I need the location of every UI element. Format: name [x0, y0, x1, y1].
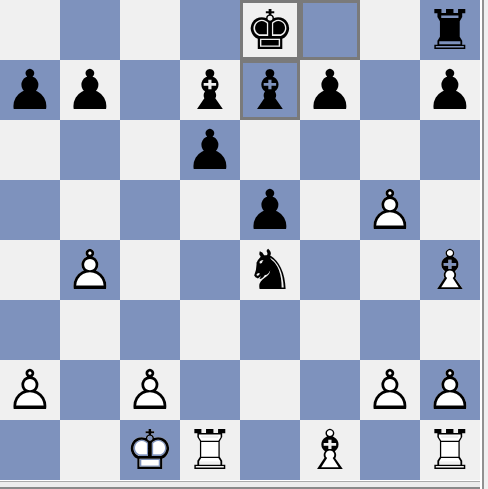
- square-a4[interactable]: [0, 240, 60, 300]
- square-f8[interactable]: [300, 0, 360, 60]
- piece-black-bishop[interactable]: ♝: [240, 60, 300, 120]
- piece-white-king[interactable]: ♚♔: [120, 420, 180, 480]
- piece-white-pawn[interactable]: ♟♙: [60, 240, 120, 300]
- piece-black-pawn[interactable]: ♟: [420, 60, 480, 120]
- square-a3[interactable]: [0, 300, 60, 360]
- square-c7[interactable]: [120, 60, 180, 120]
- square-f5[interactable]: [300, 180, 360, 240]
- piece-black-bishop[interactable]: ♝: [180, 60, 240, 120]
- piece-outline: ♗: [420, 240, 480, 300]
- piece-white-pawn[interactable]: ♟♙: [360, 180, 420, 240]
- page: { "game": "chess", "position": { "fen": …: [0, 0, 488, 489]
- piece-outline: ♗: [300, 420, 360, 480]
- square-f1[interactable]: ♝♗: [300, 420, 360, 480]
- square-e6[interactable]: [240, 120, 300, 180]
- square-b7[interactable]: ♟: [60, 60, 120, 120]
- square-e3[interactable]: [240, 300, 300, 360]
- square-d8[interactable]: [180, 0, 240, 60]
- piece-white-pawn[interactable]: ♟♙: [0, 360, 60, 420]
- square-c1[interactable]: ♚♔: [120, 420, 180, 480]
- square-f2[interactable]: [300, 360, 360, 420]
- square-h3[interactable]: [420, 300, 480, 360]
- piece-outline: ♙: [420, 360, 480, 420]
- square-d6[interactable]: ♟: [180, 120, 240, 180]
- square-b6[interactable]: [60, 120, 120, 180]
- square-e5[interactable]: ♟: [240, 180, 300, 240]
- square-g4[interactable]: [360, 240, 420, 300]
- square-a5[interactable]: [0, 180, 60, 240]
- piece-black-pawn[interactable]: ♟: [180, 120, 240, 180]
- square-b8[interactable]: [60, 0, 120, 60]
- window-edge-bottom: [0, 480, 480, 489]
- square-d1[interactable]: ♜♖: [180, 420, 240, 480]
- square-c5[interactable]: [120, 180, 180, 240]
- piece-outline: ♖: [180, 420, 240, 480]
- square-h7[interactable]: ♟: [420, 60, 480, 120]
- piece-white-pawn[interactable]: ♟♙: [420, 360, 480, 420]
- piece-outline: ♖: [420, 420, 480, 480]
- square-a6[interactable]: [0, 120, 60, 180]
- piece-white-pawn[interactable]: ♟♙: [120, 360, 180, 420]
- piece-white-bishop[interactable]: ♝♗: [420, 240, 480, 300]
- square-c3[interactable]: [120, 300, 180, 360]
- square-g5[interactable]: ♟♙: [360, 180, 420, 240]
- square-f7[interactable]: ♟: [300, 60, 360, 120]
- square-b4[interactable]: ♟♙: [60, 240, 120, 300]
- square-c8[interactable]: [120, 0, 180, 60]
- square-e2[interactable]: [240, 360, 300, 420]
- square-d2[interactable]: [180, 360, 240, 420]
- square-a2[interactable]: ♟♙: [0, 360, 60, 420]
- square-e8[interactable]: ♚: [240, 0, 300, 60]
- piece-outline: ♙: [60, 240, 120, 300]
- piece-black-rook[interactable]: ♜: [420, 0, 480, 60]
- square-a7[interactable]: ♟: [0, 60, 60, 120]
- square-h1[interactable]: ♜♖: [420, 420, 480, 480]
- piece-black-pawn[interactable]: ♟: [0, 60, 60, 120]
- piece-black-king[interactable]: ♚: [240, 0, 300, 60]
- piece-outline: ♙: [360, 180, 420, 240]
- square-g3[interactable]: [360, 300, 420, 360]
- square-e7[interactable]: ♝: [240, 60, 300, 120]
- square-h2[interactable]: ♟♙: [420, 360, 480, 420]
- square-c2[interactable]: ♟♙: [120, 360, 180, 420]
- piece-black-knight[interactable]: ♞: [240, 240, 300, 300]
- square-h6[interactable]: [420, 120, 480, 180]
- square-b3[interactable]: [60, 300, 120, 360]
- square-g1[interactable]: [360, 420, 420, 480]
- piece-white-bishop[interactable]: ♝♗: [300, 420, 360, 480]
- piece-black-pawn[interactable]: ♟: [60, 60, 120, 120]
- piece-outline: ♙: [0, 360, 60, 420]
- piece-white-pawn[interactable]: ♟♙: [360, 360, 420, 420]
- piece-outline: ♙: [360, 360, 420, 420]
- square-g7[interactable]: [360, 60, 420, 120]
- square-f4[interactable]: [300, 240, 360, 300]
- square-d4[interactable]: [180, 240, 240, 300]
- square-b2[interactable]: [60, 360, 120, 420]
- square-d7[interactable]: ♝: [180, 60, 240, 120]
- piece-outline: ♔: [120, 420, 180, 480]
- square-e1[interactable]: [240, 420, 300, 480]
- piece-white-rook[interactable]: ♜♖: [180, 420, 240, 480]
- square-c6[interactable]: [120, 120, 180, 180]
- chess-board: ♚♜♟♟♝♝♟♟♟♟♟♙♟♙♞♝♗♟♙♟♙♟♙♟♙♚♔♜♖♝♗♜♖: [0, 0, 480, 480]
- square-d5[interactable]: [180, 180, 240, 240]
- square-f3[interactable]: [300, 300, 360, 360]
- square-g2[interactable]: ♟♙: [360, 360, 420, 420]
- piece-outline: ♙: [120, 360, 180, 420]
- piece-white-rook[interactable]: ♜♖: [420, 420, 480, 480]
- square-a8[interactable]: [0, 0, 60, 60]
- piece-black-pawn[interactable]: ♟: [240, 180, 300, 240]
- square-g8[interactable]: [360, 0, 420, 60]
- square-g6[interactable]: [360, 120, 420, 180]
- square-a1[interactable]: [0, 420, 60, 480]
- square-d3[interactable]: [180, 300, 240, 360]
- square-c4[interactable]: [120, 240, 180, 300]
- square-b1[interactable]: [60, 420, 120, 480]
- square-e4[interactable]: ♞: [240, 240, 300, 300]
- piece-black-pawn[interactable]: ♟: [300, 60, 360, 120]
- square-h5[interactable]: [420, 180, 480, 240]
- square-b5[interactable]: [60, 180, 120, 240]
- square-h4[interactable]: ♝♗: [420, 240, 480, 300]
- square-f6[interactable]: [300, 120, 360, 180]
- window-edge-right: [480, 0, 488, 489]
- square-h8[interactable]: ♜: [420, 0, 480, 60]
